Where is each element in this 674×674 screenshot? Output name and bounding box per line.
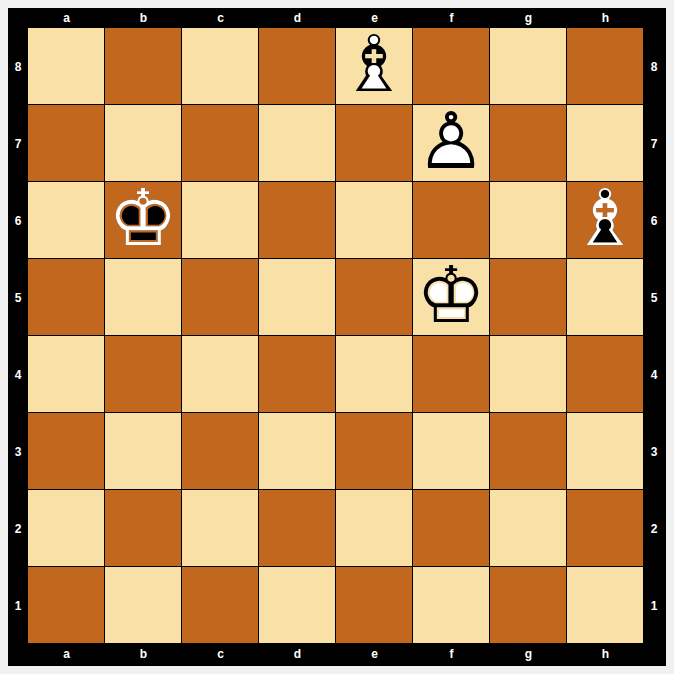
square-g1[interactable]	[490, 567, 567, 644]
square-e7[interactable]	[336, 105, 413, 182]
square-f4[interactable]	[413, 336, 490, 413]
black-king-b6-piece: ♚♔	[105, 182, 181, 258]
square-e6[interactable]	[336, 182, 413, 259]
rank-label-1-right: 1	[644, 567, 664, 644]
square-a1[interactable]	[28, 567, 105, 644]
square-e3[interactable]	[336, 413, 413, 490]
square-c6[interactable]	[182, 182, 259, 259]
frame-corner	[644, 8, 664, 28]
square-e4[interactable]	[336, 336, 413, 413]
black-bishop-h6-piece: ♝♗	[567, 182, 643, 258]
rank-label-5-right: 5	[644, 259, 664, 336]
white-pawn-outline-glyph: ♙	[413, 105, 489, 181]
square-b7[interactable]	[105, 105, 182, 182]
black-king-fill-glyph: ♚	[105, 182, 181, 258]
square-d5[interactable]	[259, 259, 336, 336]
chess-board: abcdefgh8♝♗87♟♙76♚♔♝♗65♚♔544332211abcdef…	[8, 8, 666, 666]
rank-label-3-right: 3	[644, 413, 664, 490]
square-b1[interactable]	[105, 567, 182, 644]
rank-label-7-left: 7	[8, 105, 28, 182]
square-f3[interactable]	[413, 413, 490, 490]
file-label-d-bottom: d	[259, 644, 336, 664]
rank-label-4-right: 4	[644, 336, 664, 413]
white-king-f5-piece: ♚♔	[413, 259, 489, 335]
square-b6[interactable]: ♚♔	[105, 182, 182, 259]
square-a8[interactable]	[28, 28, 105, 105]
square-d3[interactable]	[259, 413, 336, 490]
file-label-b-bottom: b	[105, 644, 182, 664]
square-g3[interactable]	[490, 413, 567, 490]
white-pawn-fill-glyph: ♟	[413, 105, 489, 181]
square-d1[interactable]	[259, 567, 336, 644]
square-e1[interactable]	[336, 567, 413, 644]
square-c8[interactable]	[182, 28, 259, 105]
rank-label-8-left: 8	[8, 28, 28, 105]
file-label-a-top: a	[28, 8, 105, 28]
rank-label-6-right: 6	[644, 182, 664, 259]
rank-label-8-right: 8	[644, 28, 664, 105]
square-h8[interactable]	[567, 28, 644, 105]
square-f2[interactable]	[413, 490, 490, 567]
square-b2[interactable]	[105, 490, 182, 567]
page-background: abcdefgh8♝♗87♟♙76♚♔♝♗65♚♔544332211abcdef…	[0, 0, 674, 674]
square-c1[interactable]	[182, 567, 259, 644]
square-d6[interactable]	[259, 182, 336, 259]
square-a2[interactable]	[28, 490, 105, 567]
file-label-a-bottom: a	[28, 644, 105, 664]
file-label-c-bottom: c	[182, 644, 259, 664]
square-h4[interactable]	[567, 336, 644, 413]
square-d8[interactable]	[259, 28, 336, 105]
square-e2[interactable]	[336, 490, 413, 567]
square-g5[interactable]	[490, 259, 567, 336]
square-a3[interactable]	[28, 413, 105, 490]
square-g4[interactable]	[490, 336, 567, 413]
file-label-f-top: f	[413, 8, 490, 28]
file-label-h-bottom: h	[567, 644, 644, 664]
square-g7[interactable]	[490, 105, 567, 182]
white-pawn-f7-piece: ♟♙	[413, 105, 489, 181]
square-b5[interactable]	[105, 259, 182, 336]
rank-label-1-left: 1	[8, 567, 28, 644]
square-f5[interactable]: ♚♔	[413, 259, 490, 336]
frame-corner	[8, 644, 28, 664]
square-c3[interactable]	[182, 413, 259, 490]
square-h2[interactable]	[567, 490, 644, 567]
black-king-outline-glyph: ♔	[105, 182, 181, 258]
file-label-f-bottom: f	[413, 644, 490, 664]
square-g2[interactable]	[490, 490, 567, 567]
file-label-c-top: c	[182, 8, 259, 28]
file-label-g-top: g	[490, 8, 567, 28]
file-label-b-top: b	[105, 8, 182, 28]
rank-label-5-left: 5	[8, 259, 28, 336]
square-d4[interactable]	[259, 336, 336, 413]
white-bishop-outline-glyph: ♗	[336, 28, 412, 104]
square-h5[interactable]	[567, 259, 644, 336]
square-b8[interactable]	[105, 28, 182, 105]
square-c2[interactable]	[182, 490, 259, 567]
rank-label-4-left: 4	[8, 336, 28, 413]
square-f8[interactable]	[413, 28, 490, 105]
file-label-h-top: h	[567, 8, 644, 28]
square-g6[interactable]	[490, 182, 567, 259]
rank-label-7-right: 7	[644, 105, 664, 182]
square-f7[interactable]: ♟♙	[413, 105, 490, 182]
file-label-e-top: e	[336, 8, 413, 28]
square-a4[interactable]	[28, 336, 105, 413]
square-b3[interactable]	[105, 413, 182, 490]
black-bishop-fill-glyph: ♝	[567, 182, 643, 258]
square-h6[interactable]: ♝♗	[567, 182, 644, 259]
white-king-fill-glyph: ♚	[413, 259, 489, 335]
rank-label-2-left: 2	[8, 490, 28, 567]
square-d7[interactable]	[259, 105, 336, 182]
rank-label-2-right: 2	[644, 490, 664, 567]
square-d2[interactable]	[259, 490, 336, 567]
white-bishop-fill-glyph: ♝	[336, 28, 412, 104]
white-bishop-e8-piece: ♝♗	[336, 28, 412, 104]
rank-label-3-left: 3	[8, 413, 28, 490]
square-e8[interactable]: ♝♗	[336, 28, 413, 105]
square-a6[interactable]	[28, 182, 105, 259]
file-label-e-bottom: e	[336, 644, 413, 664]
square-f6[interactable]	[413, 182, 490, 259]
white-king-outline-glyph: ♔	[413, 259, 489, 335]
square-g8[interactable]	[490, 28, 567, 105]
square-f1[interactable]	[413, 567, 490, 644]
square-h1[interactable]	[567, 567, 644, 644]
square-h3[interactable]	[567, 413, 644, 490]
square-b4[interactable]	[105, 336, 182, 413]
square-a5[interactable]	[28, 259, 105, 336]
black-bishop-outline-glyph: ♗	[567, 182, 643, 258]
file-label-g-bottom: g	[490, 644, 567, 664]
frame-corner	[644, 644, 664, 664]
file-label-d-top: d	[259, 8, 336, 28]
square-c5[interactable]	[182, 259, 259, 336]
frame-corner	[8, 8, 28, 28]
square-a7[interactable]	[28, 105, 105, 182]
square-c7[interactable]	[182, 105, 259, 182]
square-c4[interactable]	[182, 336, 259, 413]
square-h7[interactable]	[567, 105, 644, 182]
square-e5[interactable]	[336, 259, 413, 336]
rank-label-6-left: 6	[8, 182, 28, 259]
